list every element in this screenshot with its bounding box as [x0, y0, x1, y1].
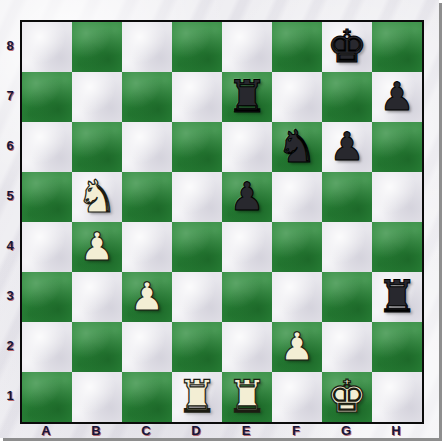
square-b6[interactable]	[72, 122, 122, 172]
square-a3[interactable]	[22, 272, 72, 322]
white-pawn[interactable]: ♟	[130, 277, 165, 316]
square-d5[interactable]	[172, 172, 222, 222]
square-a6[interactable]	[22, 122, 72, 172]
square-e8[interactable]	[222, 22, 272, 72]
square-b8[interactable]	[72, 22, 122, 72]
square-h2[interactable]	[372, 322, 422, 372]
square-h1[interactable]	[372, 372, 422, 422]
square-f1[interactable]	[272, 372, 322, 422]
square-b1[interactable]	[72, 372, 122, 422]
square-e7[interactable]: ♜	[222, 72, 272, 122]
square-b4[interactable]: ♟	[72, 222, 122, 272]
chess-board: ♚♜♟♞♟♞♟♟♟♜♟♜♜♚	[20, 20, 424, 424]
rank-label-2: 2	[0, 320, 20, 370]
square-a7[interactable]	[22, 72, 72, 122]
square-d3[interactable]	[172, 272, 222, 322]
square-a4[interactable]	[22, 222, 72, 272]
square-f7[interactable]	[272, 72, 322, 122]
white-king[interactable]: ♚	[327, 374, 367, 419]
white-rook[interactable]: ♜	[227, 374, 267, 419]
square-d6[interactable]	[172, 122, 222, 172]
black-king[interactable]: ♚	[327, 24, 367, 69]
square-a1[interactable]	[22, 372, 72, 422]
black-pawn[interactable]: ♟	[330, 127, 365, 166]
square-e6[interactable]	[222, 122, 272, 172]
square-e5[interactable]: ♟	[222, 172, 272, 222]
chess-diagram: ♚♜♟♞♟♞♟♟♟♜♟♜♜♚ 87654321ABCDEFGH	[0, 0, 444, 444]
square-c5[interactable]	[122, 172, 172, 222]
square-g1[interactable]: ♚	[322, 372, 372, 422]
square-b7[interactable]	[72, 72, 122, 122]
square-h6[interactable]	[372, 122, 422, 172]
rank-label-7: 7	[0, 70, 20, 120]
rank-label-8: 8	[0, 20, 20, 70]
rank-label-1: 1	[0, 370, 20, 420]
square-f6[interactable]: ♞	[272, 122, 322, 172]
square-h7[interactable]: ♟	[372, 72, 422, 122]
square-g2[interactable]	[322, 322, 372, 372]
square-b3[interactable]	[72, 272, 122, 322]
rank-label-5: 5	[0, 170, 20, 220]
square-a5[interactable]	[22, 172, 72, 222]
square-g5[interactable]	[322, 172, 372, 222]
square-d8[interactable]	[172, 22, 222, 72]
square-a2[interactable]	[22, 322, 72, 372]
black-rook[interactable]: ♜	[227, 74, 267, 119]
square-h8[interactable]	[372, 22, 422, 72]
square-f4[interactable]	[272, 222, 322, 272]
square-e1[interactable]: ♜	[222, 372, 272, 422]
square-d4[interactable]	[172, 222, 222, 272]
square-e2[interactable]	[222, 322, 272, 372]
square-g8[interactable]: ♚	[322, 22, 372, 72]
black-pawn[interactable]: ♟	[230, 177, 265, 216]
square-h3[interactable]: ♜	[372, 272, 422, 322]
file-label-h: H	[371, 422, 421, 438]
square-h5[interactable]	[372, 172, 422, 222]
square-f8[interactable]	[272, 22, 322, 72]
black-pawn[interactable]: ♟	[380, 77, 415, 116]
square-f5[interactable]	[272, 172, 322, 222]
rank-label-3: 3	[0, 270, 20, 320]
file-label-c: C	[121, 422, 171, 438]
square-g3[interactable]	[322, 272, 372, 322]
square-c2[interactable]	[122, 322, 172, 372]
square-f2[interactable]: ♟	[272, 322, 322, 372]
file-label-b: B	[71, 422, 121, 438]
white-rook[interactable]: ♜	[177, 374, 217, 419]
square-g6[interactable]: ♟	[322, 122, 372, 172]
black-knight[interactable]: ♞	[277, 124, 317, 169]
square-e3[interactable]	[222, 272, 272, 322]
rank-label-4: 4	[0, 220, 20, 270]
file-label-a: A	[21, 422, 71, 438]
file-label-d: D	[171, 422, 221, 438]
square-g7[interactable]	[322, 72, 372, 122]
square-b5[interactable]: ♞	[72, 172, 122, 222]
file-label-g: G	[321, 422, 371, 438]
square-g4[interactable]	[322, 222, 372, 272]
square-c6[interactable]	[122, 122, 172, 172]
square-e4[interactable]	[222, 222, 272, 272]
file-label-f: F	[271, 422, 321, 438]
square-c7[interactable]	[122, 72, 172, 122]
square-c4[interactable]	[122, 222, 172, 272]
square-d2[interactable]	[172, 322, 222, 372]
square-h4[interactable]	[372, 222, 422, 272]
square-d1[interactable]: ♜	[172, 372, 222, 422]
square-d7[interactable]	[172, 72, 222, 122]
square-a8[interactable]	[22, 22, 72, 72]
rank-label-6: 6	[0, 120, 20, 170]
black-rook[interactable]: ♜	[377, 274, 417, 319]
square-b2[interactable]	[72, 322, 122, 372]
square-c3[interactable]: ♟	[122, 272, 172, 322]
white-pawn[interactable]: ♟	[80, 227, 115, 266]
square-c1[interactable]	[122, 372, 172, 422]
square-c8[interactable]	[122, 22, 172, 72]
square-f3[interactable]	[272, 272, 322, 322]
white-knight[interactable]: ♞	[77, 174, 117, 219]
white-pawn[interactable]: ♟	[280, 327, 315, 366]
file-label-e: E	[221, 422, 271, 438]
